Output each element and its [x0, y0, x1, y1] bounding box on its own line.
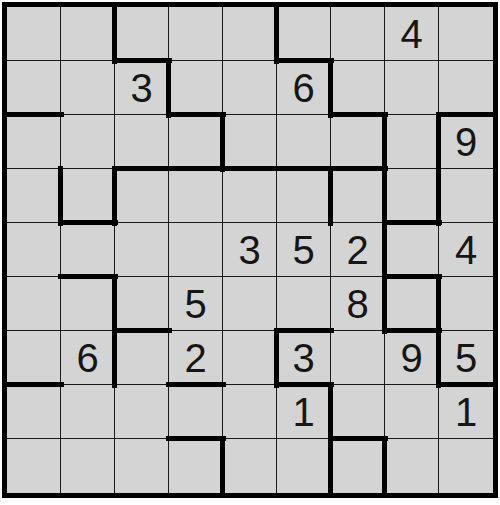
- cell-r1c6[interactable]: [277, 7, 331, 61]
- cell-grid: 43693524586239511: [7, 7, 493, 493]
- region-border-horizontal: [328, 166, 388, 171]
- region-border-horizontal: [166, 112, 226, 117]
- cell-r9c9[interactable]: [439, 439, 493, 493]
- region-border-horizontal: [382, 328, 442, 333]
- cell-r5c5[interactable]: 3: [223, 223, 277, 277]
- region-border-vertical: [58, 166, 63, 226]
- cell-r9c6[interactable]: [277, 439, 331, 493]
- cell-r1c3[interactable]: [115, 7, 169, 61]
- cell-r4c6[interactable]: [277, 169, 331, 223]
- cell-r5c1[interactable]: [7, 223, 61, 277]
- cell-r5c3[interactable]: [115, 223, 169, 277]
- cell-r7c3[interactable]: [115, 331, 169, 385]
- region-border-horizontal: [436, 112, 496, 117]
- cell-r9c4[interactable]: [169, 439, 223, 493]
- region-border-vertical: [382, 436, 387, 496]
- region-border-horizontal: [112, 58, 172, 63]
- cell-r5c4[interactable]: [169, 223, 223, 277]
- cell-r6c9[interactable]: [439, 277, 493, 331]
- cell-r2c5[interactable]: [223, 61, 277, 115]
- region-border-horizontal: [4, 112, 64, 117]
- cell-r1c1[interactable]: [7, 7, 61, 61]
- cell-r6c8[interactable]: [385, 277, 439, 331]
- region-border-horizontal: [436, 382, 496, 387]
- cell-r5c6[interactable]: 5: [277, 223, 331, 277]
- region-border-horizontal: [328, 112, 388, 117]
- region-border-vertical: [112, 4, 117, 64]
- region-border-vertical: [436, 166, 441, 226]
- cell-r5c9[interactable]: 4: [439, 223, 493, 277]
- cell-r5c2[interactable]: [61, 223, 115, 277]
- cell-r3c2[interactable]: [61, 115, 115, 169]
- cell-r6c5[interactable]: [223, 277, 277, 331]
- cell-r4c1[interactable]: [7, 169, 61, 223]
- cell-r7c4[interactable]: 2: [169, 331, 223, 385]
- cell-r3c7[interactable]: [331, 115, 385, 169]
- puzzle-page: 43693524586239511: [0, 0, 500, 505]
- cell-r3c1[interactable]: [7, 115, 61, 169]
- region-border-vertical: [436, 328, 441, 388]
- cell-r8c7[interactable]: [331, 385, 385, 439]
- region-border-horizontal: [328, 436, 388, 441]
- cell-r1c7[interactable]: [331, 7, 385, 61]
- cell-r1c2[interactable]: [61, 7, 115, 61]
- region-border-horizontal: [274, 166, 334, 171]
- cell-r1c9[interactable]: [439, 7, 493, 61]
- cell-r7c2[interactable]: 6: [61, 331, 115, 385]
- cell-r8c4[interactable]: [169, 385, 223, 439]
- cell-r8c6[interactable]: 1: [277, 385, 331, 439]
- region-border-vertical: [220, 112, 225, 172]
- region-border-horizontal: [58, 220, 118, 225]
- region-border-vertical: [112, 274, 117, 334]
- region-border-vertical: [382, 112, 387, 172]
- region-border-horizontal: [4, 382, 64, 387]
- cell-r1c5[interactable]: [223, 7, 277, 61]
- region-border-horizontal: [112, 166, 172, 171]
- cell-r2c4[interactable]: [169, 61, 223, 115]
- region-border-horizontal: [274, 58, 334, 63]
- cell-r8c5[interactable]: [223, 385, 277, 439]
- cell-r4c7[interactable]: [331, 169, 385, 223]
- region-border-vertical: [274, 4, 279, 64]
- region-border-vertical: [436, 274, 441, 334]
- cell-r9c8[interactable]: [385, 439, 439, 493]
- cell-r2c2[interactable]: [61, 61, 115, 115]
- region-border-vertical: [382, 274, 387, 334]
- region-border-vertical: [112, 166, 117, 226]
- cell-r7c5[interactable]: [223, 331, 277, 385]
- cell-r2c1[interactable]: [7, 61, 61, 115]
- cell-r5c7[interactable]: 2: [331, 223, 385, 277]
- cell-r3c4[interactable]: [169, 115, 223, 169]
- cell-r2c9[interactable]: [439, 61, 493, 115]
- cell-r6c1[interactable]: [7, 277, 61, 331]
- cell-r3c6[interactable]: [277, 115, 331, 169]
- region-border-horizontal: [382, 274, 442, 279]
- cell-r8c3[interactable]: [115, 385, 169, 439]
- cell-r2c6[interactable]: 6: [277, 61, 331, 115]
- jigsaw-sudoku-board: 43693524586239511: [2, 2, 498, 498]
- region-border-horizontal: [166, 382, 226, 387]
- cell-r9c2[interactable]: [61, 439, 115, 493]
- region-border-vertical: [166, 58, 171, 118]
- cell-r6c7[interactable]: 8: [331, 277, 385, 331]
- cell-r4c9[interactable]: [439, 169, 493, 223]
- cell-r8c8[interactable]: [385, 385, 439, 439]
- cell-r5c8[interactable]: [385, 223, 439, 277]
- cell-r7c9[interactable]: 5: [439, 331, 493, 385]
- cell-r9c3[interactable]: [115, 439, 169, 493]
- cell-r4c3[interactable]: [115, 169, 169, 223]
- cell-r6c6[interactable]: [277, 277, 331, 331]
- cell-r1c4[interactable]: [169, 7, 223, 61]
- region-border-horizontal: [166, 436, 226, 441]
- region-border-vertical: [220, 436, 225, 496]
- region-border-horizontal: [274, 328, 334, 333]
- cell-r4c4[interactable]: [169, 169, 223, 223]
- cell-r7c8[interactable]: 9: [385, 331, 439, 385]
- region-border-horizontal: [382, 220, 442, 225]
- region-border-horizontal: [274, 382, 334, 387]
- cell-r7c6[interactable]: 3: [277, 331, 331, 385]
- region-border-vertical: [112, 328, 117, 388]
- cell-r6c4[interactable]: 5: [169, 277, 223, 331]
- region-border-vertical: [328, 166, 333, 226]
- region-border-vertical: [274, 328, 279, 388]
- cell-r9c1[interactable]: [7, 439, 61, 493]
- cell-r2c3[interactable]: 3: [115, 61, 169, 115]
- region-border-vertical: [436, 112, 441, 172]
- cell-r2c7[interactable]: [331, 61, 385, 115]
- cell-r3c3[interactable]: [115, 115, 169, 169]
- region-border-vertical: [382, 220, 387, 280]
- cell-r9c7[interactable]: [331, 439, 385, 493]
- region-border-vertical: [328, 436, 333, 496]
- cell-r8c1[interactable]: [7, 385, 61, 439]
- cell-r8c9[interactable]: 1: [439, 385, 493, 439]
- region-border-vertical: [382, 166, 387, 226]
- cell-r4c2[interactable]: [61, 169, 115, 223]
- cell-r1c8[interactable]: 4: [385, 7, 439, 61]
- cell-r4c8[interactable]: [385, 169, 439, 223]
- region-border-horizontal: [220, 166, 280, 171]
- cell-r3c5[interactable]: [223, 115, 277, 169]
- cell-r7c7[interactable]: [331, 331, 385, 385]
- region-border-horizontal: [166, 166, 226, 171]
- region-border-vertical: [328, 382, 333, 442]
- region-border-horizontal: [58, 274, 118, 279]
- cell-r3c8[interactable]: [385, 115, 439, 169]
- cell-r8c2[interactable]: [61, 385, 115, 439]
- cell-r6c2[interactable]: [61, 277, 115, 331]
- cell-r7c1[interactable]: [7, 331, 61, 385]
- cell-r3c9[interactable]: 9: [439, 115, 493, 169]
- cell-r9c5[interactable]: [223, 439, 277, 493]
- region-border-horizontal: [112, 328, 172, 333]
- cell-r6c3[interactable]: [115, 277, 169, 331]
- region-border-vertical: [328, 58, 333, 118]
- cell-r4c5[interactable]: [223, 169, 277, 223]
- cell-r2c8[interactable]: [385, 61, 439, 115]
